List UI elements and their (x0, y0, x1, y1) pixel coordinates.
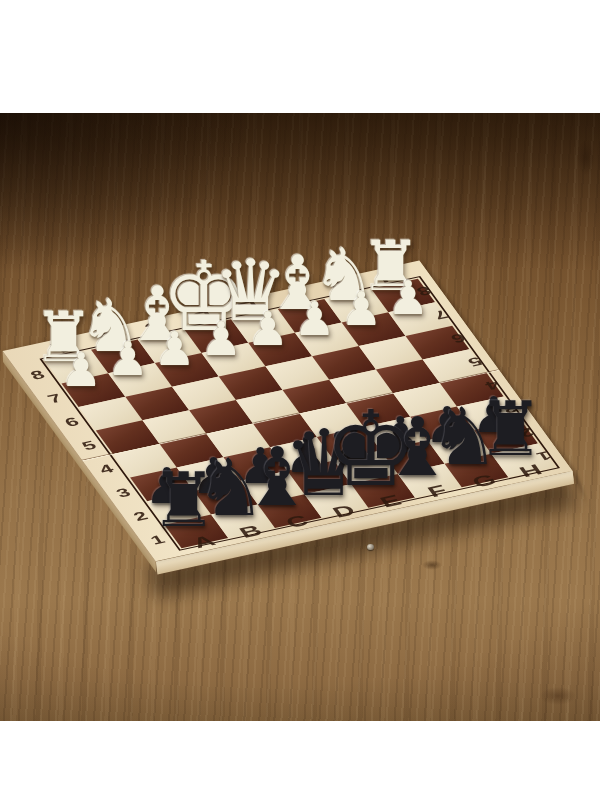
screenshot: 8877665544332211AABBCCDDEEFFGGHH ♜♞♝♚♛♝♞… (0, 0, 600, 800)
hinge-screw (367, 544, 374, 550)
piece-white-pawn[interactable]: ♟ (198, 316, 245, 363)
piece-white-pawn[interactable]: ♟ (105, 336, 152, 383)
piece-white-pawn[interactable]: ♟ (151, 326, 198, 373)
piece-white-pawn[interactable]: ♟ (58, 347, 105, 394)
piece-white-pawn[interactable]: ♟ (245, 306, 292, 353)
piece-white-pawn[interactable]: ♟ (338, 286, 385, 333)
table-photo: 8877665544332211AABBCCDDEEFFGGHH ♜♞♝♚♛♝♞… (0, 113, 600, 721)
piece-white-pawn[interactable]: ♟ (385, 275, 432, 322)
piece-white-pawn[interactable]: ♟ (291, 296, 338, 343)
piece-black-rook[interactable]: ♜ (473, 392, 548, 467)
